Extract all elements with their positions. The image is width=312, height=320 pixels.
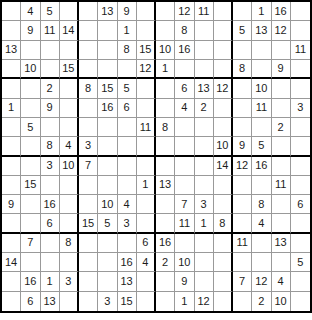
cell-r15c16[interactable]	[291, 272, 310, 291]
cell-r1c4[interactable]	[60, 2, 79, 21]
cell-r3c13[interactable]	[233, 41, 252, 60]
cell-r7c8[interactable]: 11	[137, 118, 156, 137]
cell-r9c4[interactable]: 10	[60, 157, 79, 176]
cell-r13c11[interactable]	[195, 234, 214, 253]
cell-r5c8[interactable]	[137, 79, 156, 98]
cell-r7c7[interactable]	[118, 118, 137, 137]
cell-r14c14[interactable]	[252, 253, 271, 272]
cell-r7c2[interactable]: 5	[21, 118, 40, 137]
cell-r5c9[interactable]	[156, 79, 175, 98]
cell-r6c8[interactable]	[137, 99, 156, 118]
cell-r6c13[interactable]	[233, 99, 252, 118]
cell-r6c5[interactable]	[79, 99, 98, 118]
cell-r3c2[interactable]	[21, 41, 40, 60]
cell-r11c4[interactable]	[60, 195, 79, 214]
cell-r4c2[interactable]: 10	[21, 60, 40, 79]
cell-r11c7[interactable]: 4	[118, 195, 137, 214]
cell-r9c1[interactable]	[2, 157, 21, 176]
cell-r3c9[interactable]: 10	[156, 41, 175, 60]
cell-r3c4[interactable]	[60, 41, 79, 60]
cell-r9c13[interactable]: 12	[233, 157, 252, 176]
cell-r11c1[interactable]: 9	[2, 195, 21, 214]
cell-r1c14[interactable]: 1	[252, 2, 271, 21]
cell-r7c11[interactable]	[195, 118, 214, 137]
cell-r1c5[interactable]	[79, 2, 98, 21]
cell-r9c11[interactable]	[195, 157, 214, 176]
cell-r5c5[interactable]: 8	[79, 79, 98, 98]
cell-r16c1[interactable]	[2, 292, 21, 311]
cell-r1c15[interactable]: 16	[272, 2, 291, 21]
cell-r6c11[interactable]: 2	[195, 99, 214, 118]
cell-r10c15[interactable]: 11	[272, 176, 291, 195]
cell-r3c16[interactable]: 11	[291, 41, 310, 60]
cell-r3c7[interactable]: 8	[118, 41, 137, 60]
cell-r12c9[interactable]	[156, 214, 175, 233]
cell-r10c7[interactable]	[118, 176, 137, 195]
cell-r10c12[interactable]	[214, 176, 233, 195]
cell-r10c2[interactable]: 15	[21, 176, 40, 195]
cell-r16c9[interactable]	[156, 292, 175, 311]
cell-r16c5[interactable]	[79, 292, 98, 311]
cell-r10c9[interactable]: 13	[156, 176, 175, 195]
cell-r4c12[interactable]	[214, 60, 233, 79]
cell-r6c2[interactable]	[21, 99, 40, 118]
cell-r13c1[interactable]	[2, 234, 21, 253]
cell-r7c12[interactable]	[214, 118, 233, 137]
cell-r16c12[interactable]	[214, 292, 233, 311]
cell-r13c14[interactable]	[252, 234, 271, 253]
cell-r11c9[interactable]	[156, 195, 175, 214]
cell-r5c2[interactable]	[21, 79, 40, 98]
cell-r15c14[interactable]: 12	[252, 272, 271, 291]
cell-r4c13[interactable]: 8	[233, 60, 252, 79]
cell-r2c2[interactable]: 9	[21, 21, 40, 40]
cell-r12c5[interactable]: 15	[79, 214, 98, 233]
cell-r2c9[interactable]	[156, 21, 175, 40]
cell-r8c11[interactable]	[195, 137, 214, 156]
cell-r4c16[interactable]	[291, 60, 310, 79]
cell-r13c4[interactable]: 8	[60, 234, 79, 253]
cell-r11c3[interactable]: 16	[41, 195, 60, 214]
cell-r6c3[interactable]: 9	[41, 99, 60, 118]
cell-r16c14[interactable]: 2	[252, 292, 271, 311]
cell-r14c2[interactable]	[21, 253, 40, 272]
cell-r9c15[interactable]	[272, 157, 291, 176]
cell-r4c9[interactable]: 1	[156, 60, 175, 79]
cell-r12c4[interactable]	[60, 214, 79, 233]
cell-r9c10[interactable]	[175, 157, 194, 176]
cell-r14c8[interactable]: 4	[137, 253, 156, 272]
cell-r2c1[interactable]	[2, 21, 21, 40]
cell-r3c10[interactable]: 16	[175, 41, 194, 60]
cell-r2c11[interactable]	[195, 21, 214, 40]
cell-r8c15[interactable]	[272, 137, 291, 156]
cell-r12c3[interactable]: 6	[41, 214, 60, 233]
cell-r6c4[interactable]	[60, 99, 79, 118]
cell-r7c10[interactable]	[175, 118, 194, 137]
cell-r10c13[interactable]	[233, 176, 252, 195]
cell-r11c15[interactable]	[272, 195, 291, 214]
cell-r3c5[interactable]	[79, 41, 98, 60]
cell-r7c6[interactable]	[98, 118, 117, 137]
cell-r16c15[interactable]: 10	[272, 292, 291, 311]
cell-r5c12[interactable]: 12	[214, 79, 233, 98]
cell-r2c5[interactable]	[79, 21, 98, 40]
cell-r11c12[interactable]	[214, 195, 233, 214]
cell-r7c16[interactable]	[291, 118, 310, 137]
cell-r12c16[interactable]	[291, 214, 310, 233]
cell-r6c12[interactable]	[214, 99, 233, 118]
cell-r7c1[interactable]	[2, 118, 21, 137]
cell-r8c13[interactable]: 9	[233, 137, 252, 156]
cell-r4c8[interactable]: 12	[137, 60, 156, 79]
cell-r10c14[interactable]	[252, 176, 271, 195]
cell-r9c6[interactable]	[98, 157, 117, 176]
cell-r6c6[interactable]: 16	[98, 99, 117, 118]
cell-r1c12[interactable]	[214, 2, 233, 21]
cell-r12c8[interactable]	[137, 214, 156, 233]
cell-r8c5[interactable]: 3	[79, 137, 98, 156]
cell-r13c2[interactable]: 7	[21, 234, 40, 253]
cell-r12c11[interactable]: 1	[195, 214, 214, 233]
cell-r13c13[interactable]: 11	[233, 234, 252, 253]
cell-r8c12[interactable]: 10	[214, 137, 233, 156]
cell-r7c3[interactable]	[41, 118, 60, 137]
cell-r11c6[interactable]: 10	[98, 195, 117, 214]
cell-r13c9[interactable]: 16	[156, 234, 175, 253]
cell-r12c2[interactable]	[21, 214, 40, 233]
cell-r4c5[interactable]	[79, 60, 98, 79]
cell-r9c2[interactable]	[21, 157, 40, 176]
cell-r14c4[interactable]	[60, 253, 79, 272]
cell-r9c3[interactable]: 3	[41, 157, 60, 176]
cell-r12c1[interactable]	[2, 214, 21, 233]
cell-r16c2[interactable]: 6	[21, 292, 40, 311]
cell-r8c10[interactable]	[175, 137, 194, 156]
cell-r16c10[interactable]: 1	[175, 292, 194, 311]
cell-r9c16[interactable]	[291, 157, 310, 176]
cell-r5c4[interactable]	[60, 79, 79, 98]
cell-r15c15[interactable]: 4	[272, 272, 291, 291]
cell-r11c8[interactable]	[137, 195, 156, 214]
cell-r13c10[interactable]	[175, 234, 194, 253]
cell-r3c14[interactable]	[252, 41, 271, 60]
cell-r13c5[interactable]	[79, 234, 98, 253]
cell-r1c11[interactable]: 11	[195, 2, 214, 21]
cell-r2c13[interactable]: 5	[233, 21, 252, 40]
cell-r14c5[interactable]	[79, 253, 98, 272]
cell-r10c10[interactable]	[175, 176, 194, 195]
cell-r11c14[interactable]: 8	[252, 195, 271, 214]
cell-r10c16[interactable]	[291, 176, 310, 195]
cell-r2c8[interactable]	[137, 21, 156, 40]
cell-r15c9[interactable]	[156, 272, 175, 291]
cell-r14c7[interactable]: 16	[118, 253, 137, 272]
cell-r11c2[interactable]	[21, 195, 40, 214]
cell-r6c15[interactable]	[272, 99, 291, 118]
cell-r3c6[interactable]	[98, 41, 117, 60]
cell-r7c5[interactable]	[79, 118, 98, 137]
cell-r11c5[interactable]	[79, 195, 98, 214]
cell-r14c12[interactable]	[214, 253, 233, 272]
cell-r11c16[interactable]: 6	[291, 195, 310, 214]
cell-r16c11[interactable]: 12	[195, 292, 214, 311]
cell-r16c7[interactable]: 15	[118, 292, 137, 311]
cell-r15c11[interactable]	[195, 272, 214, 291]
cell-r1c13[interactable]	[233, 2, 252, 21]
cell-r12c6[interactable]: 5	[98, 214, 117, 233]
cell-r5c14[interactable]: 10	[252, 79, 271, 98]
cell-r15c2[interactable]: 16	[21, 272, 40, 291]
cell-r2c3[interactable]: 11	[41, 21, 60, 40]
cell-r11c11[interactable]: 3	[195, 195, 214, 214]
cell-r4c11[interactable]	[195, 60, 214, 79]
cell-r1c9[interactable]	[156, 2, 175, 21]
cell-r15c13[interactable]: 7	[233, 272, 252, 291]
cell-r3c15[interactable]	[272, 41, 291, 60]
cell-r14c9[interactable]: 2	[156, 253, 175, 272]
cell-r8c2[interactable]	[21, 137, 40, 156]
cell-r8c14[interactable]: 5	[252, 137, 271, 156]
cell-r16c13[interactable]	[233, 292, 252, 311]
cell-r2c16[interactable]	[291, 21, 310, 40]
cell-r12c7[interactable]: 3	[118, 214, 137, 233]
cell-r5c3[interactable]: 2	[41, 79, 60, 98]
cell-r7c14[interactable]	[252, 118, 271, 137]
cell-r15c4[interactable]: 3	[60, 272, 79, 291]
cell-r6c7[interactable]: 6	[118, 99, 137, 118]
cell-r8c4[interactable]: 4	[60, 137, 79, 156]
cell-r4c3[interactable]	[41, 60, 60, 79]
cell-r8c16[interactable]	[291, 137, 310, 156]
cell-r16c4[interactable]	[60, 292, 79, 311]
cell-r16c8[interactable]	[137, 292, 156, 311]
cell-r11c13[interactable]	[233, 195, 252, 214]
cell-r7c9[interactable]: 8	[156, 118, 175, 137]
cell-r16c6[interactable]: 3	[98, 292, 117, 311]
cell-r2c7[interactable]: 1	[118, 21, 137, 40]
cell-r13c16[interactable]	[291, 234, 310, 253]
cell-r4c15[interactable]: 9	[272, 60, 291, 79]
cell-r10c4[interactable]	[60, 176, 79, 195]
cell-r5c16[interactable]	[291, 79, 310, 98]
cell-r8c9[interactable]	[156, 137, 175, 156]
cell-r11c10[interactable]: 7	[175, 195, 194, 214]
cell-r14c1[interactable]: 14	[2, 253, 21, 272]
cell-r5c1[interactable]	[2, 79, 21, 98]
cell-r8c7[interactable]	[118, 137, 137, 156]
cell-r5c10[interactable]: 6	[175, 79, 194, 98]
cell-r1c3[interactable]: 5	[41, 2, 60, 21]
cell-r12c13[interactable]	[233, 214, 252, 233]
cell-r16c16[interactable]	[291, 292, 310, 311]
cell-r5c6[interactable]: 15	[98, 79, 117, 98]
cell-r14c16[interactable]: 5	[291, 253, 310, 272]
cell-r13c7[interactable]	[118, 234, 137, 253]
cell-r7c4[interactable]	[60, 118, 79, 137]
cell-r1c6[interactable]: 13	[98, 2, 117, 21]
cell-r8c1[interactable]	[2, 137, 21, 156]
cell-r5c15[interactable]	[272, 79, 291, 98]
cell-r15c6[interactable]	[98, 272, 117, 291]
cell-r9c5[interactable]: 7	[79, 157, 98, 176]
cell-r5c11[interactable]: 13	[195, 79, 214, 98]
cell-r10c8[interactable]: 1	[137, 176, 156, 195]
cell-r4c14[interactable]	[252, 60, 271, 79]
cell-r12c14[interactable]: 4	[252, 214, 271, 233]
cell-r4c4[interactable]: 15	[60, 60, 79, 79]
cell-r5c13[interactable]	[233, 79, 252, 98]
cell-r4c10[interactable]	[175, 60, 194, 79]
cell-r3c12[interactable]	[214, 41, 233, 60]
cell-r9c8[interactable]	[137, 157, 156, 176]
cell-r7c13[interactable]	[233, 118, 252, 137]
cell-r2c10[interactable]: 8	[175, 21, 194, 40]
cell-r1c1[interactable]	[2, 2, 21, 21]
cell-r15c3[interactable]: 1	[41, 272, 60, 291]
cell-r14c11[interactable]	[195, 253, 214, 272]
cell-r6c1[interactable]: 1	[2, 99, 21, 118]
cell-r13c3[interactable]	[41, 234, 60, 253]
cell-r12c12[interactable]: 8	[214, 214, 233, 233]
cell-r9c7[interactable]	[118, 157, 137, 176]
cell-r10c11[interactable]	[195, 176, 214, 195]
cell-r4c6[interactable]	[98, 60, 117, 79]
cell-r1c10[interactable]: 12	[175, 2, 194, 21]
cell-r13c12[interactable]	[214, 234, 233, 253]
cell-r9c9[interactable]	[156, 157, 175, 176]
cell-r10c5[interactable]	[79, 176, 98, 195]
cell-r15c7[interactable]: 13	[118, 272, 137, 291]
cell-r2c14[interactable]: 13	[252, 21, 271, 40]
cell-r9c12[interactable]: 14	[214, 157, 233, 176]
sudoku-board: 4513912111169111418513121381510161110151…	[0, 0, 312, 313]
cell-r6c16[interactable]: 3	[291, 99, 310, 118]
cell-r15c10[interactable]: 9	[175, 272, 194, 291]
cell-r3c11[interactable]	[195, 41, 214, 60]
cell-r13c15[interactable]: 13	[272, 234, 291, 253]
cell-r1c8[interactable]	[137, 2, 156, 21]
cell-r4c1[interactable]	[2, 60, 21, 79]
cell-r6c9[interactable]	[156, 99, 175, 118]
cell-r12c10[interactable]: 11	[175, 214, 194, 233]
cell-r8c6[interactable]	[98, 137, 117, 156]
cell-r14c10[interactable]: 10	[175, 253, 194, 272]
cell-r16c3[interactable]: 13	[41, 292, 60, 311]
cell-r2c12[interactable]	[214, 21, 233, 40]
cell-r1c2[interactable]: 4	[21, 2, 40, 21]
cell-r8c8[interactable]	[137, 137, 156, 156]
cell-r13c6[interactable]	[98, 234, 117, 253]
cell-r10c1[interactable]	[2, 176, 21, 195]
cell-r6c14[interactable]: 11	[252, 99, 271, 118]
cell-r4c7[interactable]	[118, 60, 137, 79]
cell-r10c6[interactable]	[98, 176, 117, 195]
cell-r6c10[interactable]: 4	[175, 99, 194, 118]
cell-r12c15[interactable]	[272, 214, 291, 233]
cell-r2c4[interactable]: 14	[60, 21, 79, 40]
cell-r3c8[interactable]: 15	[137, 41, 156, 60]
cell-r3c1[interactable]: 13	[2, 41, 21, 60]
cell-r8c3[interactable]: 8	[41, 137, 60, 156]
cell-r14c3[interactable]	[41, 253, 60, 272]
cell-r15c12[interactable]	[214, 272, 233, 291]
cell-r2c6[interactable]	[98, 21, 117, 40]
cell-r7c15[interactable]: 2	[272, 118, 291, 137]
cell-r2c15[interactable]: 12	[272, 21, 291, 40]
cell-r5c7[interactable]: 5	[118, 79, 137, 98]
cell-r9c14[interactable]: 16	[252, 157, 271, 176]
cell-r1c16[interactable]	[291, 2, 310, 21]
cell-r15c1[interactable]	[2, 272, 21, 291]
cell-r14c15[interactable]	[272, 253, 291, 272]
cell-r14c13[interactable]	[233, 253, 252, 272]
cell-r3c3[interactable]	[41, 41, 60, 60]
cell-r10c3[interactable]	[41, 176, 60, 195]
cell-r15c8[interactable]	[137, 272, 156, 291]
cell-r14c6[interactable]	[98, 253, 117, 272]
cell-r15c5[interactable]	[79, 272, 98, 291]
cell-r1c7[interactable]: 9	[118, 2, 137, 21]
cell-r13c8[interactable]: 6	[137, 234, 156, 253]
